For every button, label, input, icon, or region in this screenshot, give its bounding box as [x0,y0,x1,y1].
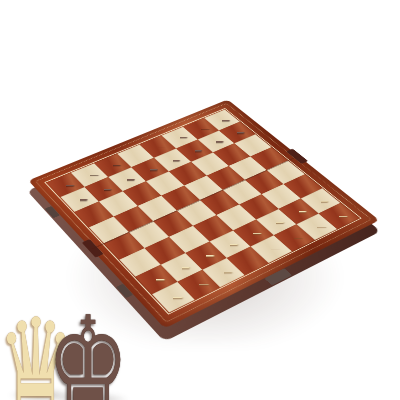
board-foot-tab [45,206,61,219]
chess-scene: ♜♞♝♚♛♝♞♜♟♟♟♟♟♟♟♟♟♟♟♟♟♟♟♟♜♞♝♚♛♝♞♜ [0,0,400,400]
board-foot-tab [116,284,134,299]
chess-board-grid: ♜♞♝♚♛♝♞♜♟♟♟♟♟♟♟♟♟♟♟♟♟♟♟♟♜♞♝♚♛♝♞♜ [47,110,359,313]
product-photo-canvas: ♜♞♝♚♛♝♞♜♟♟♟♟♟♟♟♟♟♟♟♟♟♟♟♟♜♞♝♚♛♝♞♜ ♛ ♚ [0,0,400,400]
chess-board: ♜♞♝♚♛♝♞♜♟♟♟♟♟♟♟♟♟♟♟♟♟♟♟♟♜♞♝♚♛♝♞♜ [28,99,379,328]
